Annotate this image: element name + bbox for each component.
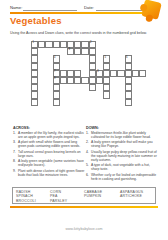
page-title: Vegetables bbox=[10, 15, 62, 26]
grid-cell-r3c9[interactable] bbox=[89, 55, 96, 62]
footer-url: www.kittybabylove.com bbox=[0, 227, 168, 231]
clue-item: 6.Whether curly or flat leafed an indisp… bbox=[86, 173, 158, 181]
grid-cell-r6c9[interactable] bbox=[89, 77, 96, 84]
clue-item: 7.Tall annual cereal grass bearing kerne… bbox=[13, 150, 85, 158]
grid-cell-r8c1[interactable] bbox=[31, 91, 38, 98]
grid-cell-r5c7[interactable] bbox=[74, 70, 81, 77]
grid-cell-r1c5[interactable] bbox=[60, 41, 67, 48]
clue-item: 5.A type of dark, root vegetable with a … bbox=[86, 163, 158, 171]
grid-cell-r5c5[interactable] bbox=[60, 70, 67, 77]
grid-cell-r8c4[interactable] bbox=[53, 91, 60, 98]
grid-cell-r9c4[interactable] bbox=[53, 99, 60, 106]
grid-cell-r3c1[interactable] bbox=[31, 55, 38, 62]
grid-cell-r5c16[interactable] bbox=[139, 70, 146, 77]
grid-cell-r1c2[interactable] bbox=[38, 41, 45, 48]
grid-cell-r4c1[interactable] bbox=[31, 63, 38, 70]
cell-number: 6 bbox=[126, 57, 127, 60]
grid-cell-r6c14[interactable] bbox=[125, 77, 132, 84]
grid-cell-r1c7[interactable] bbox=[74, 41, 81, 48]
word-bank-word: BROCCOLI bbox=[16, 199, 50, 204]
grid-cell-r5c6[interactable] bbox=[67, 70, 74, 77]
date-label: Date: bbox=[84, 5, 94, 10]
grid-cell-r4c11[interactable] bbox=[103, 63, 110, 70]
grid-cell-r7c9[interactable] bbox=[89, 84, 96, 91]
clue-text: Tall annual cereal grass bearing kernels… bbox=[18, 150, 85, 158]
across-header: ACROSS: bbox=[13, 126, 30, 130]
down-header: DOWN: bbox=[86, 126, 99, 130]
grid-cell-r2c8[interactable] bbox=[81, 48, 88, 55]
clue-item: 2.A leafy green vegetable that will make… bbox=[86, 140, 158, 148]
clue-text: Plant with dense clusters of tight green… bbox=[18, 169, 85, 177]
grid-cell-r8c14[interactable] bbox=[125, 91, 132, 98]
grid-cell-r5c10[interactable]: 8 bbox=[96, 70, 103, 77]
grid-cell-r5c12[interactable] bbox=[110, 70, 117, 77]
grid-cell-r6c11[interactable] bbox=[103, 77, 110, 84]
grid-cell-r5c4[interactable]: 7 bbox=[53, 70, 60, 77]
clue-text: Usually large pulpy deep yellow-round fr… bbox=[91, 150, 158, 162]
cell-number: 7 bbox=[54, 71, 55, 74]
grid-cell-r9c14[interactable] bbox=[125, 99, 132, 106]
grid-cell-r7c4[interactable] bbox=[53, 84, 60, 91]
puzzle-piece-nub-left bbox=[139, 3, 147, 11]
word-bank-grid: RADISHCORNCABBAGEASPARAGUSSPINACHPEAPUMP… bbox=[13, 188, 155, 204]
grid-cell-r5c13[interactable] bbox=[117, 70, 124, 77]
header-rule bbox=[10, 12, 158, 14]
grid-cell-r5c9[interactable] bbox=[89, 70, 96, 77]
grid-cell-r2c6[interactable]: 3 bbox=[67, 48, 74, 55]
grid-cell-r2c9[interactable] bbox=[89, 48, 96, 55]
grid-cell-r6c8[interactable] bbox=[81, 77, 88, 84]
clue-item: 4.Usually large pulpy deep yellow-round … bbox=[86, 150, 158, 162]
cell-number: 8 bbox=[97, 71, 98, 74]
clue-text: A plant with small white flowers and lon… bbox=[18, 140, 85, 148]
clue-item: 3.A plant with small white flowers and l… bbox=[13, 140, 85, 148]
worksheet-page: Name: Date: Vegetables Using the Across … bbox=[0, 0, 168, 240]
cell-number: 1 bbox=[32, 42, 33, 45]
grid-cell-r9c1[interactable] bbox=[31, 99, 38, 106]
puzzle-piece-nub-bottom bbox=[145, 14, 153, 22]
grid-cell-r6c4[interactable]: 9 bbox=[53, 77, 60, 84]
name-entry-line[interactable] bbox=[23, 10, 77, 11]
word-bank-word: ARTICHOKE bbox=[120, 194, 158, 199]
grid-cell-r5c1[interactable] bbox=[31, 70, 38, 77]
clue-item: 9.Plant with dense clusters of tight gre… bbox=[13, 169, 85, 177]
grid-cell-r5c14[interactable] bbox=[125, 70, 132, 77]
grid-cell-r1c1[interactable]: 1 bbox=[31, 41, 38, 48]
grid-cell-r1c4[interactable] bbox=[53, 41, 60, 48]
grid-cell-r3c14[interactable]: 6 bbox=[125, 55, 132, 62]
grid-cell-r6c7[interactable] bbox=[74, 77, 81, 84]
grid-cell-r7c14[interactable] bbox=[125, 84, 132, 91]
puzzle-piece-logo bbox=[141, 0, 162, 20]
clue-item: 1.A member of the lily family, the earli… bbox=[13, 131, 85, 139]
name-label: Name: bbox=[10, 5, 22, 10]
clue-text: A leafy green vegetable (some varieties … bbox=[18, 159, 85, 167]
cell-number: 2 bbox=[90, 42, 91, 45]
cell-number: 3 bbox=[68, 49, 69, 52]
instruction-text: Using the Across and Down clues, write t… bbox=[10, 31, 147, 35]
footer-rule bbox=[10, 206, 158, 208]
grid-cell-r1c3[interactable] bbox=[45, 41, 52, 48]
grid-cell-r2c1[interactable] bbox=[31, 48, 38, 55]
grid-cell-r7c1[interactable] bbox=[31, 84, 38, 91]
grid-cell-r4c9[interactable] bbox=[89, 63, 96, 70]
clue-item: 1.Mediterranean thistle-like plant widel… bbox=[86, 131, 158, 139]
grid-cell-r6c1[interactable] bbox=[31, 77, 38, 84]
clue-text: A leafy green vegetable that will make y… bbox=[91, 140, 158, 148]
cell-number: 9 bbox=[54, 78, 55, 81]
word-bank-word: PUMPKIN bbox=[84, 194, 120, 199]
grid-cell-r1c8[interactable] bbox=[81, 41, 88, 48]
cell-number: 4 bbox=[54, 57, 55, 60]
grid-cell-r5c11[interactable] bbox=[103, 70, 110, 77]
grid-cell-r3c11[interactable]: 5 bbox=[103, 55, 110, 62]
cell-number: 5 bbox=[104, 57, 105, 60]
word-bank-word: PARSLEY bbox=[50, 199, 84, 204]
clue-text: Whether curly or flat leafed an indispen… bbox=[91, 173, 158, 181]
clue-item: 8.A leafy green vegetable (some varietie… bbox=[13, 159, 85, 167]
clue-text: Mediterranean thistle-like plant widely … bbox=[91, 131, 158, 139]
grid-cell-r6c10[interactable] bbox=[96, 77, 103, 84]
grid-cell-r8c11[interactable] bbox=[103, 91, 110, 98]
grid-cell-r6c6[interactable] bbox=[67, 77, 74, 84]
clue-text: A type of dark, root vegetable with a ho… bbox=[91, 163, 158, 171]
down-clue-list: 1.Mediterranean thistle-like plant widel… bbox=[86, 131, 158, 182]
grid-cell-r3c4[interactable]: 4 bbox=[53, 55, 60, 62]
grid-cell-r2c7[interactable] bbox=[74, 48, 81, 55]
grid-cell-r4c4[interactable] bbox=[53, 63, 60, 70]
clue-text: A member of the lily family, the earlies… bbox=[18, 131, 85, 139]
across-clue-list: 1.A member of the lily family, the earli… bbox=[13, 131, 85, 178]
grid-cell-r1c9[interactable]: 2 bbox=[89, 41, 96, 48]
grid-cell-r4c14[interactable] bbox=[125, 63, 132, 70]
grid-cell-r7c11[interactable] bbox=[103, 84, 110, 91]
grid-cell-r5c15[interactable] bbox=[132, 70, 139, 77]
word-bank-box: RADISHCORNCABBAGEASPARAGUSSPINACHPEAPUMP… bbox=[12, 187, 156, 204]
grid-cell-r6c5[interactable] bbox=[60, 77, 67, 84]
